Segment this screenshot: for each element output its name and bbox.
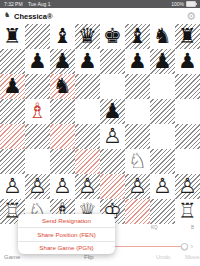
square-b4[interactable] [25,124,50,149]
flip-button[interactable]: Flip [84,254,94,260]
square-h5[interactable] [175,99,200,124]
square-h2[interactable]: ♟♙ [175,174,200,199]
square-g3[interactable] [150,149,175,174]
game-menu-popover: Send Resignation Share Position (FEN) Sh… [18,214,115,254]
board-footer-label-2: KQ [151,225,158,230]
square-g7[interactable]: ♟ [150,49,175,74]
square-g4[interactable] [150,124,175,149]
white-knight-f3: ♘ [125,149,150,174]
square-g5[interactable] [150,99,175,124]
chess-board: ♜♝♛♚♝♞♜♟♟♟♟♟♟♟♞♝♗♟♟♙♞♘♟♙♟♙♟♙♟♙♟♙♟♙♟♙♜♖♞♘… [0,24,200,224]
board-footer-label-3: B [191,225,194,230]
white-rook-h1: ♖ [175,199,200,224]
square-h6[interactable] [175,74,200,99]
square-a8[interactable]: ♜ [0,24,25,49]
white-pawn-f2: ♙ [125,174,150,199]
square-c2[interactable]: ♟♙ [50,174,75,199]
battery-percent: 100% [171,0,184,8]
square-d6[interactable] [75,74,100,99]
black-rook-a8: ♜ [0,24,25,49]
square-d4[interactable] [75,124,100,149]
square-c4[interactable] [50,124,75,149]
status-bar-right: 100% [171,0,196,8]
square-a5[interactable] [0,99,25,124]
black-bishop-f8: ♝ [125,24,150,49]
square-g8[interactable]: ♞ [150,24,175,49]
square-d5[interactable] [75,99,100,124]
square-e6[interactable] [100,74,125,99]
black-pawn-d7: ♟ [75,49,100,74]
status-bar: 7:32 PM Tue Aug 1 100% [0,0,200,8]
move-button[interactable]: Move [185,254,200,260]
square-f8[interactable]: ♝ [125,24,150,49]
square-c5[interactable] [50,99,75,124]
black-pawn-f7: ♟ [125,49,150,74]
black-pawn-e5: ♟ [100,99,125,124]
black-queen-d8: ♛ [75,24,100,49]
square-e5[interactable]: ♟ [100,99,125,124]
square-d8[interactable]: ♛ [75,24,100,49]
square-g1[interactable] [150,199,175,224]
square-f3[interactable]: ♞♘ [125,149,150,174]
black-bishop-c8: ♝ [50,24,75,49]
chessica-app-screen: 7:32 PM Tue Aug 1 100% ♞ Chessica® ⚙ ♜♝♛… [0,0,200,266]
black-pawn-c7: ♟ [50,49,75,74]
square-d7[interactable]: ♟ [75,49,100,74]
square-b7[interactable]: ♟ [25,49,50,74]
game-progress-slider-thumb[interactable] [181,243,188,250]
square-b6[interactable] [25,74,50,99]
white-pawn-a2: ♙ [0,174,25,199]
square-b2[interactable]: ♟♙ [25,174,50,199]
square-e3[interactable] [100,149,125,174]
square-e4[interactable]: ♟♙ [100,124,125,149]
share-position-fen-menu-item[interactable]: Share Position (FEN) [18,228,115,242]
game-button[interactable]: Game [4,254,20,260]
white-pawn-c2: ♙ [50,174,75,199]
black-pawn-a6: ♟ [0,74,25,99]
white-pawn-g2: ♙ [150,174,175,199]
send-resignation-menu-item[interactable]: Send Resignation [18,214,115,228]
square-f2[interactable]: ♟♙ [125,174,150,199]
white-pawn-d2: ♙ [75,174,100,199]
square-c6[interactable]: ♞ [50,74,75,99]
square-h1[interactable]: ♜♖ [175,199,200,224]
status-time: 7:32 PM [4,1,23,7]
app-title: Chessica® [14,12,52,21]
white-bishop-b5: ♗ [25,99,50,124]
square-d2[interactable]: ♟♙ [75,174,100,199]
square-e8[interactable]: ♚ [100,24,125,49]
square-f6[interactable] [125,74,150,99]
square-b8[interactable] [25,24,50,49]
square-e7[interactable] [100,49,125,74]
square-c7[interactable]: ♟ [50,49,75,74]
square-h7[interactable]: ♟ [175,49,200,74]
black-pawn-h7: ♟ [175,49,200,74]
square-h3[interactable] [175,149,200,174]
square-b3[interactable] [25,149,50,174]
black-pawn-g7: ♟ [150,49,175,74]
forward-chevron-icon[interactable]: › [191,242,194,251]
status-bar-left: 7:32 PM Tue Aug 1 [4,0,55,8]
square-f7[interactable]: ♟ [125,49,150,74]
undo-button[interactable]: Undo [156,254,170,260]
square-h4[interactable] [175,124,200,149]
black-knight-g8: ♞ [150,24,175,49]
black-king-e8: ♚ [100,24,125,49]
square-a2[interactable]: ♟♙ [0,174,25,199]
square-b5[interactable]: ♝♗ [25,99,50,124]
nav-bar: ♞ Chessica® ⚙ [0,8,200,24]
share-game-pgn-menu-item[interactable]: Share Game (PGN) [18,242,115,255]
black-rook-h8: ♜ [175,24,200,49]
white-pawn-e4: ♙ [100,124,125,149]
black-knight-c6: ♞ [50,74,75,99]
square-h8[interactable]: ♜ [175,24,200,49]
square-g2[interactable]: ♟♙ [150,174,175,199]
square-f4[interactable] [125,124,150,149]
white-pawn-b2: ♙ [25,174,50,199]
square-c3[interactable] [50,149,75,174]
square-a4[interactable] [0,124,25,149]
square-a6[interactable]: ♟ [0,74,25,99]
gear-icon[interactable]: ⚙ [186,10,196,23]
knight-app-icon: ♞ [4,12,10,19]
square-g6[interactable] [150,74,175,99]
square-e2[interactable] [100,174,125,199]
square-d3[interactable] [75,149,100,174]
white-pawn-h2: ♙ [175,174,200,199]
battery-icon [186,1,196,7]
black-pawn-b7: ♟ [25,49,50,74]
status-date: Tue Aug 1 [28,1,51,7]
square-f1[interactable] [125,199,150,224]
square-a7[interactable] [0,49,25,74]
square-a3[interactable] [0,149,25,174]
square-c8[interactable]: ♝ [50,24,75,49]
square-f5[interactable] [125,99,150,124]
